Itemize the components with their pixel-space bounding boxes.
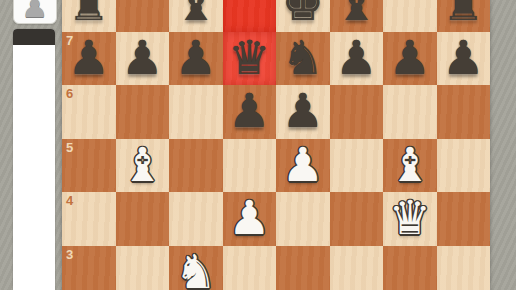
square-e5[interactable]: ♟ [276,139,330,193]
piece-black-rook-a8[interactable]: ♜ [68,0,110,27]
square-g4[interactable]: ♛ [383,192,437,246]
rank-label-6: 6 [66,86,73,102]
square-a3[interactable]: 3 [62,246,116,290]
square-d6[interactable]: ♟ [223,85,277,139]
piece-black-pawn-e6[interactable]: ♟ [282,87,324,134]
square-h3[interactable] [437,246,491,290]
square-h4[interactable] [437,192,491,246]
square-a5[interactable]: 5 [62,139,116,193]
rank-label-4: 4 [66,193,73,209]
square-e8[interactable]: ♚ [276,0,330,32]
square-b7[interactable]: ♟ [116,32,170,86]
square-b4[interactable] [116,192,170,246]
square-texture [116,192,170,246]
square-a7[interactable]: 7♟ [62,32,116,86]
piece-white-pawn-d4[interactable]: ♟ [228,194,270,241]
square-texture [383,85,437,139]
square-texture [437,246,491,290]
square-f5[interactable] [330,139,384,193]
evaluation-bar [13,29,55,290]
square-texture [276,246,330,290]
piece-set-button[interactable]: ♟ [13,0,57,24]
square-texture [116,246,170,290]
square-texture [169,85,223,139]
square-f8[interactable]: ♝ [330,0,384,32]
square-f4[interactable] [330,192,384,246]
square-texture [169,192,223,246]
piece-black-pawn-c7[interactable]: ♟ [175,34,217,81]
square-h8[interactable]: ♜ [437,0,491,32]
piece-white-bishop-b5[interactable]: ♝ [121,141,163,188]
square-b8[interactable] [116,0,170,32]
rank-label-3: 3 [66,247,73,263]
chess-board[interactable]: ♜♝♚♝♜7♟♟♟♛♞♟♟♟6♟♟5♝♟♝4♟♛3♞ [62,0,490,290]
square-g6[interactable] [383,85,437,139]
square-texture [223,246,277,290]
square-b5[interactable]: ♝ [116,139,170,193]
square-texture [330,85,384,139]
piece-black-pawn-h7[interactable]: ♟ [442,34,484,81]
pawn-icon: ♟ [22,0,49,22]
piece-white-knight-c3[interactable]: ♞ [175,248,217,290]
square-d4[interactable]: ♟ [223,192,277,246]
piece-black-bishop-f8[interactable]: ♝ [335,0,377,27]
square-a4[interactable]: 4 [62,192,116,246]
square-d3[interactable] [223,246,277,290]
square-d5[interactable] [223,139,277,193]
square-texture [116,85,170,139]
square-e4[interactable] [276,192,330,246]
square-texture [383,246,437,290]
square-e3[interactable] [276,246,330,290]
piece-black-queen-d7[interactable]: ♛ [228,34,270,81]
square-texture [330,139,384,193]
piece-black-pawn-g7[interactable]: ♟ [389,34,431,81]
rank-label-7: 7 [66,33,73,49]
piece-black-pawn-f7[interactable]: ♟ [335,34,377,81]
square-g5[interactable]: ♝ [383,139,437,193]
square-b6[interactable] [116,85,170,139]
square-c3[interactable]: ♞ [169,246,223,290]
square-texture [116,0,170,32]
square-c6[interactable] [169,85,223,139]
square-texture [276,192,330,246]
square-e6[interactable]: ♟ [276,85,330,139]
piece-white-pawn-e5[interactable]: ♟ [282,141,324,188]
square-f3[interactable] [330,246,384,290]
square-h7[interactable]: ♟ [437,32,491,86]
square-texture [383,0,437,32]
piece-black-pawn-a7[interactable]: ♟ [68,34,110,81]
piece-white-queen-g4[interactable]: ♛ [389,194,431,241]
square-texture [223,0,277,32]
piece-black-knight-e7[interactable]: ♞ [282,34,324,81]
square-f7[interactable]: ♟ [330,32,384,86]
square-g8[interactable] [383,0,437,32]
piece-white-bishop-g5[interactable]: ♝ [389,141,431,188]
square-d8-highlighted[interactable] [223,0,277,32]
square-d7-highlighted[interactable]: ♛ [223,32,277,86]
square-a8[interactable]: ♜ [62,0,116,32]
square-e7[interactable]: ♞ [276,32,330,86]
square-texture [223,139,277,193]
square-c7[interactable]: ♟ [169,32,223,86]
square-texture [169,139,223,193]
square-g3[interactable] [383,246,437,290]
square-texture [330,246,384,290]
square-c5[interactable] [169,139,223,193]
square-h6[interactable] [437,85,491,139]
square-c8[interactable]: ♝ [169,0,223,32]
square-b3[interactable] [116,246,170,290]
square-texture [437,192,491,246]
piece-black-bishop-c8[interactable]: ♝ [175,0,217,27]
square-g7[interactable]: ♟ [383,32,437,86]
square-h5[interactable] [437,139,491,193]
square-c4[interactable] [169,192,223,246]
piece-black-pawn-d6[interactable]: ♟ [228,87,270,134]
square-texture [437,85,491,139]
square-texture [437,139,491,193]
piece-black-king-e8[interactable]: ♚ [282,0,324,27]
piece-black-rook-h8[interactable]: ♜ [442,0,484,27]
rank-label-5: 5 [66,140,73,156]
evaluation-bar-black-section [13,29,55,45]
piece-black-pawn-b7[interactable]: ♟ [121,34,163,81]
square-texture [330,192,384,246]
square-f6[interactable] [330,85,384,139]
square-a6[interactable]: 6 [62,85,116,139]
